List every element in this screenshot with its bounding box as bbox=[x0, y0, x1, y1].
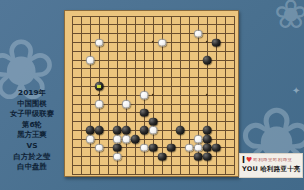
event-title-line: 2019年 bbox=[3, 88, 62, 98]
watermark-line2: YOU 哈利路亚十亮 bbox=[242, 166, 300, 173]
marked-black-stone bbox=[95, 82, 104, 91]
black-stone bbox=[176, 126, 185, 135]
event-title-line: 中国围棋 bbox=[3, 99, 62, 109]
go-board bbox=[64, 10, 239, 177]
black-stone bbox=[95, 126, 104, 135]
white-stone bbox=[86, 135, 95, 144]
last-move-marker bbox=[97, 85, 100, 88]
black-stone bbox=[203, 56, 212, 65]
grid-line-horizontal bbox=[72, 165, 235, 166]
event-title-line: 白方於之莹 bbox=[3, 152, 62, 162]
video-frame: ❀ ❀ ❀ ✦ 2019年中国围棋女子甲级联赛第6轮黑方王爽VS白方於之莹白中盘… bbox=[0, 0, 304, 190]
event-title-block: 2019年中国围棋女子甲级联赛第6轮黑方王爽VS白方於之莹白中盘胜 bbox=[0, 88, 64, 173]
white-stone bbox=[149, 126, 158, 135]
black-stone bbox=[212, 38, 221, 47]
black-stone bbox=[158, 152, 167, 161]
event-title-line: 第6轮 bbox=[3, 120, 62, 130]
flower-watermark-right-small: ❀ bbox=[274, 0, 304, 34]
white-stone bbox=[95, 100, 104, 109]
black-stone bbox=[86, 126, 95, 135]
black-stone bbox=[122, 126, 131, 135]
black-stone bbox=[212, 144, 221, 153]
sparkle-icon: ✦ bbox=[292, 86, 300, 96]
grid-line-horizontal bbox=[72, 112, 235, 113]
watermark-i-text: I bbox=[242, 157, 245, 165]
white-stone bbox=[122, 100, 131, 109]
white-stone bbox=[194, 135, 203, 144]
white-stone bbox=[113, 135, 122, 144]
black-stone bbox=[203, 126, 212, 135]
white-stone bbox=[158, 38, 167, 47]
white-stone bbox=[194, 29, 203, 38]
white-stone bbox=[122, 135, 131, 144]
channel-watermark-badge: I ♥ 哈利路亚哈利路亚 YOU 哈利路亚十亮 bbox=[239, 153, 303, 178]
white-stone bbox=[95, 144, 104, 153]
white-stone bbox=[140, 91, 149, 100]
event-title-line: VS bbox=[3, 141, 62, 151]
grid-line-vertical bbox=[234, 16, 235, 175]
grid-line-vertical bbox=[225, 16, 226, 175]
black-stone bbox=[203, 135, 212, 144]
black-stone bbox=[167, 144, 176, 153]
event-title-line: 黑方王爽 bbox=[3, 131, 62, 141]
white-stone bbox=[185, 144, 194, 153]
black-stone bbox=[149, 117, 158, 126]
black-stone bbox=[203, 144, 212, 153]
black-stone bbox=[113, 126, 122, 135]
black-stone bbox=[194, 152, 203, 161]
event-title-line: 女子甲级联赛 bbox=[3, 110, 62, 120]
black-stone bbox=[203, 152, 212, 161]
grid-line-horizontal bbox=[72, 174, 235, 175]
white-stone bbox=[86, 56, 95, 65]
white-stone bbox=[113, 152, 122, 161]
watermark-small-text: 哈利路亚哈利路亚 bbox=[253, 158, 292, 163]
grid-line-vertical bbox=[180, 16, 181, 175]
white-stone bbox=[95, 38, 104, 47]
black-stone bbox=[149, 144, 158, 153]
white-stone bbox=[140, 144, 149, 153]
black-stone bbox=[140, 126, 149, 135]
black-stone bbox=[140, 108, 149, 117]
white-stone bbox=[194, 144, 203, 153]
heart-icon: ♥ bbox=[246, 157, 252, 164]
black-stone bbox=[131, 135, 140, 144]
black-stone bbox=[113, 144, 122, 153]
event-title-line: 白中盘胜 bbox=[3, 163, 62, 173]
